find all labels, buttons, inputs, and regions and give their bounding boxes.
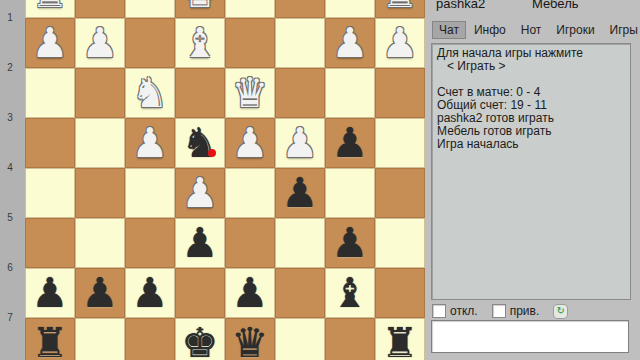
- square-f1[interactable]: [125, 0, 175, 18]
- square-e3[interactable]: [175, 68, 225, 118]
- black-rook: ♜: [382, 318, 419, 360]
- square-d2[interactable]: [225, 18, 275, 68]
- black-pawn: ♟: [132, 268, 169, 318]
- black-pawn: ♟: [282, 168, 319, 218]
- square-g1[interactable]: [75, 0, 125, 18]
- tab-players[interactable]: Игроки: [549, 21, 601, 39]
- rank-label-6: 6: [0, 262, 20, 274]
- square-a3[interactable]: [375, 68, 425, 118]
- black-pawn: ♟: [232, 268, 269, 318]
- white-rook: ♜: [32, 0, 69, 18]
- black-knight: ♞: [182, 118, 219, 168]
- square-b6[interactable]: ♟: [325, 218, 375, 268]
- square-b2[interactable]: ♟: [325, 18, 375, 68]
- square-a7[interactable]: [375, 268, 425, 318]
- black-rook: ♜: [32, 318, 69, 360]
- white-pawn: ♟: [382, 18, 419, 68]
- square-g7[interactable]: ♟: [75, 268, 125, 318]
- square-c8[interactable]: [275, 318, 325, 360]
- rank-label-1: 1: [0, 12, 20, 24]
- black-pawn: ♟: [82, 268, 119, 318]
- square-h5[interactable]: [25, 168, 75, 218]
- square-g3[interactable]: [75, 68, 125, 118]
- square-c7[interactable]: [275, 268, 325, 318]
- square-h7[interactable]: ♟: [25, 268, 75, 318]
- chat-log[interactable]: Для начала игры нажмите < Играть > Счет …: [431, 43, 631, 300]
- square-b3[interactable]: [325, 68, 375, 118]
- square-c4[interactable]: ♟: [275, 118, 325, 168]
- white-knight: ♞: [132, 68, 169, 118]
- square-h8[interactable]: ♜: [25, 318, 75, 360]
- square-f4[interactable]: ♟: [125, 118, 175, 168]
- checkbox-private-label: прив.: [510, 304, 540, 318]
- smiley-icon[interactable]: ↻: [553, 304, 568, 319]
- black-pawn: ♟: [332, 218, 369, 268]
- tab-chat[interactable]: Чат: [432, 21, 466, 39]
- square-d7[interactable]: ♟: [225, 268, 275, 318]
- chess-app-window: 12345678 ♜♚♜♟♟♝♟♟♞♛♟♞♟♟♟♟♟♟♟♟♟♟♟♝♜♚♛♜ pa…: [0, 0, 640, 360]
- square-a5[interactable]: [375, 168, 425, 218]
- tab-games[interactable]: Игры: [603, 21, 640, 39]
- white-pawn: ♟: [332, 18, 369, 68]
- square-h6[interactable]: [25, 218, 75, 268]
- square-f5[interactable]: [125, 168, 175, 218]
- tab-info[interactable]: Инфо: [467, 21, 513, 39]
- white-pawn: ♟: [32, 18, 69, 68]
- square-c3[interactable]: [275, 68, 325, 118]
- checkbox-disable-chat-label: откл.: [450, 304, 478, 318]
- square-e4[interactable]: ♞: [175, 118, 225, 168]
- white-pawn: ♟: [182, 168, 219, 218]
- square-e2[interactable]: ♝: [175, 18, 225, 68]
- rank-label-4: 4: [0, 162, 20, 174]
- square-h3[interactable]: [25, 68, 75, 118]
- square-a8[interactable]: ♜: [375, 318, 425, 360]
- square-a4[interactable]: [375, 118, 425, 168]
- checkbox-disable-chat[interactable]: [432, 304, 446, 318]
- white-king: ♚: [182, 0, 219, 18]
- square-h4[interactable]: [25, 118, 75, 168]
- white-rook: ♜: [382, 0, 419, 18]
- square-c2[interactable]: [275, 18, 325, 68]
- square-c1[interactable]: [275, 0, 325, 18]
- square-g4[interactable]: [75, 118, 125, 168]
- chess-board[interactable]: ♜♚♜♟♟♝♟♟♞♛♟♞♟♟♟♟♟♟♟♟♟♟♟♝♜♚♛♜: [25, 0, 425, 360]
- player-name-black: Мебель: [532, 0, 579, 11]
- white-pawn: ♟: [82, 18, 119, 68]
- square-d3[interactable]: ♛: [225, 68, 275, 118]
- white-pawn: ♟: [282, 118, 319, 168]
- white-pawn: ♟: [132, 118, 169, 168]
- rank-label-2: 2: [0, 62, 20, 74]
- square-f8[interactable]: [125, 318, 175, 360]
- black-king: ♚: [182, 318, 219, 360]
- chat-options-row: откл. прив. ↻: [432, 303, 568, 319]
- black-pawn: ♟: [32, 268, 69, 318]
- white-queen: ♛: [232, 68, 269, 118]
- square-e1[interactable]: ♚: [175, 0, 225, 18]
- square-g5[interactable]: [75, 168, 125, 218]
- square-d6[interactable]: [225, 218, 275, 268]
- rank-label-5: 5: [0, 212, 20, 224]
- square-e5[interactable]: ♟: [175, 168, 225, 218]
- square-f7[interactable]: ♟: [125, 268, 175, 318]
- square-b1[interactable]: [325, 0, 375, 18]
- square-a2[interactable]: ♟: [375, 18, 425, 68]
- square-d4[interactable]: ♟: [225, 118, 275, 168]
- square-h2[interactable]: ♟: [25, 18, 75, 68]
- square-g2[interactable]: ♟: [75, 18, 125, 68]
- square-d5[interactable]: [225, 168, 275, 218]
- last-move-marker-dot: [208, 149, 216, 157]
- message-input[interactable]: [431, 320, 629, 353]
- black-queen: ♛: [232, 318, 269, 360]
- square-a1[interactable]: ♜: [375, 0, 425, 18]
- rank-label-strip: 12345678: [0, 0, 26, 360]
- square-c6[interactable]: [275, 218, 325, 268]
- rank-label-7: 7: [0, 312, 20, 324]
- square-b8[interactable]: [325, 318, 375, 360]
- square-b4[interactable]: ♟: [325, 118, 375, 168]
- square-e6[interactable]: ♟: [175, 218, 225, 268]
- panel-tabs: Чат Инфо Нот Игроки Игры: [432, 20, 640, 40]
- square-c5[interactable]: ♟: [275, 168, 325, 218]
- square-h1[interactable]: ♜: [25, 0, 75, 18]
- player-name-white: pashka2: [436, 0, 485, 11]
- square-f3[interactable]: ♞: [125, 68, 175, 118]
- square-d8[interactable]: ♛: [225, 318, 275, 360]
- square-f2[interactable]: [125, 18, 175, 68]
- square-a6[interactable]: [375, 218, 425, 268]
- square-f6[interactable]: [125, 218, 175, 268]
- black-pawn: ♟: [182, 218, 219, 268]
- right-panel: pashka2 Мебель Чат Инфо Нот Игроки Игры …: [430, 0, 640, 360]
- square-e8[interactable]: ♚: [175, 318, 225, 360]
- square-g8[interactable]: [75, 318, 125, 360]
- tab-notation[interactable]: Нот: [514, 21, 549, 39]
- checkbox-private[interactable]: [492, 304, 506, 318]
- square-b5[interactable]: [325, 168, 375, 218]
- square-e7[interactable]: [175, 268, 225, 318]
- rank-label-3: 3: [0, 112, 20, 124]
- square-g6[interactable]: [75, 218, 125, 268]
- black-pawn: ♟: [332, 118, 369, 168]
- white-bishop: ♝: [182, 18, 219, 68]
- square-b7[interactable]: ♝: [325, 268, 375, 318]
- white-pawn: ♟: [232, 118, 269, 168]
- black-bishop: ♝: [332, 268, 369, 318]
- square-d1[interactable]: [225, 0, 275, 18]
